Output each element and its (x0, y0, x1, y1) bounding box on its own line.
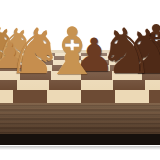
chess-set-photo: ♞♟♞♞♝♟♞♞♝♜ (0, 0, 160, 160)
floor-shadow (0, 146, 160, 150)
black-knight: ♞ (98, 27, 148, 73)
board-rank-row (0, 90, 160, 103)
board-black-plinth (0, 134, 160, 145)
white-bishop: ♝ (43, 27, 95, 74)
board-front-edge (0, 103, 160, 134)
